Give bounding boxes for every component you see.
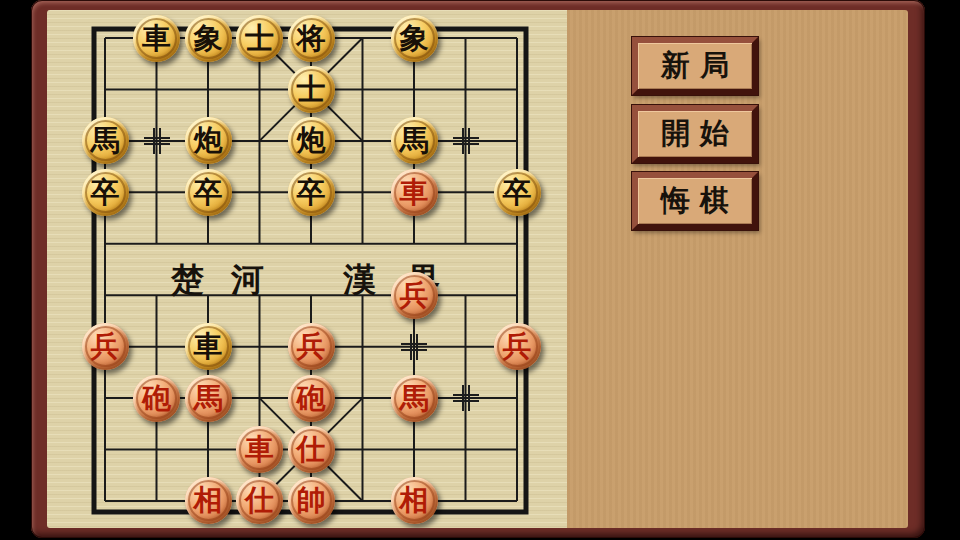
black-cannon[interactable]: 炮 [288,117,335,164]
black-advisor[interactable]: 士 [288,66,335,113]
red-general[interactable]: 帥 [288,477,335,524]
black-cannon[interactable]: 炮 [185,117,232,164]
red-cannon[interactable]: 砲 [133,375,180,422]
black-elephant[interactable]: 象 [185,15,232,62]
black-general[interactable]: 将 [288,15,335,62]
black-elephant[interactable]: 象 [391,15,438,62]
red-chariot[interactable]: 車 [236,426,283,473]
new-game-button[interactable]: 新局 [632,37,758,95]
black-soldier[interactable]: 卒 [494,169,541,216]
red-horse[interactable]: 馬 [391,375,438,422]
black-chariot[interactable]: 車 [133,15,180,62]
red-soldier[interactable]: 兵 [82,323,129,370]
game-window-frame: 楚河 漢界 車象士将象士馬炮炮馬卒卒卒車卒兵兵車兵兵砲馬砲馬車仕相仕帥相 新局 … [31,0,925,538]
red-chariot[interactable]: 車 [391,169,438,216]
black-chariot[interactable]: 車 [185,323,232,370]
red-cannon[interactable]: 砲 [288,375,335,422]
board-panel: 楚河 漢界 車象士将象士馬炮炮馬卒卒卒車卒兵兵車兵兵砲馬砲馬車仕相仕帥相 [47,10,567,528]
red-advisor[interactable]: 仕 [236,477,283,524]
red-horse[interactable]: 馬 [185,375,232,422]
window-content: 楚河 漢界 車象士将象士馬炮炮馬卒卒卒車卒兵兵車兵兵砲馬砲馬車仕相仕帥相 新局 … [47,10,908,528]
black-soldier[interactable]: 卒 [288,169,335,216]
start-button[interactable]: 開始 [632,105,758,163]
red-elephant[interactable]: 相 [391,477,438,524]
red-elephant[interactable]: 相 [185,477,232,524]
red-soldier[interactable]: 兵 [288,323,335,370]
red-soldier[interactable]: 兵 [391,272,438,319]
control-panel: 新局 開始 悔棋 [567,10,908,528]
black-soldier[interactable]: 卒 [185,169,232,216]
red-advisor[interactable]: 仕 [288,426,335,473]
pieces-grid: 車象士将象士馬炮炮馬卒卒卒車卒兵兵車兵兵砲馬砲馬車仕相仕帥相 [79,12,543,526]
black-soldier[interactable]: 卒 [82,169,129,216]
black-horse[interactable]: 馬 [391,117,438,164]
black-advisor[interactable]: 士 [236,15,283,62]
undo-move-button[interactable]: 悔棋 [632,172,758,230]
black-horse[interactable]: 馬 [82,117,129,164]
red-soldier[interactable]: 兵 [494,323,541,370]
